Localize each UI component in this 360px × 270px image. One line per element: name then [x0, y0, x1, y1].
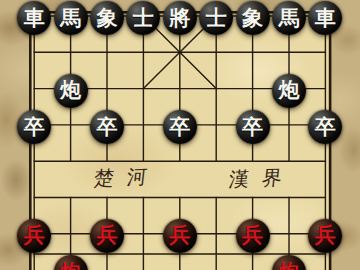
- piece-black-horse[interactable]: 馬: [54, 1, 88, 35]
- piece-black-advisor[interactable]: 士: [126, 1, 160, 35]
- piece-black-soldier[interactable]: 卒: [90, 110, 124, 144]
- piece-black-soldier[interactable]: 卒: [236, 110, 270, 144]
- piece-red-soldier[interactable]: 兵: [308, 219, 342, 253]
- piece-black-elephant[interactable]: 象: [90, 1, 124, 35]
- piece-black-elephant[interactable]: 象: [236, 1, 270, 35]
- piece-red-soldier[interactable]: 兵: [236, 219, 270, 253]
- piece-red-cannon[interactable]: 炮: [54, 255, 88, 270]
- piece-black-soldier[interactable]: 卒: [17, 110, 51, 144]
- piece-black-chariot[interactable]: 車: [17, 1, 51, 35]
- piece-black-horse[interactable]: 馬: [272, 1, 306, 35]
- xiangqi-board[interactable]: 楚河 漢界 車馬象士將士象馬車炮炮卒卒卒卒卒兵兵兵兵兵炮炮: [0, 0, 360, 270]
- piece-layer: 車馬象士將士象馬車炮炮卒卒卒卒卒兵兵兵兵兵炮炮: [16, 0, 344, 270]
- piece-black-soldier[interactable]: 卒: [163, 110, 197, 144]
- piece-black-chariot[interactable]: 車: [308, 1, 342, 35]
- piece-red-soldier[interactable]: 兵: [17, 219, 51, 253]
- piece-black-advisor[interactable]: 士: [199, 1, 233, 35]
- piece-black-cannon[interactable]: 炮: [272, 74, 306, 108]
- piece-red-soldier[interactable]: 兵: [163, 219, 197, 253]
- piece-black-soldier[interactable]: 卒: [308, 110, 342, 144]
- piece-black-general[interactable]: 將: [163, 1, 197, 35]
- piece-black-cannon[interactable]: 炮: [54, 74, 88, 108]
- piece-red-soldier[interactable]: 兵: [90, 219, 124, 253]
- piece-red-cannon[interactable]: 炮: [272, 255, 306, 270]
